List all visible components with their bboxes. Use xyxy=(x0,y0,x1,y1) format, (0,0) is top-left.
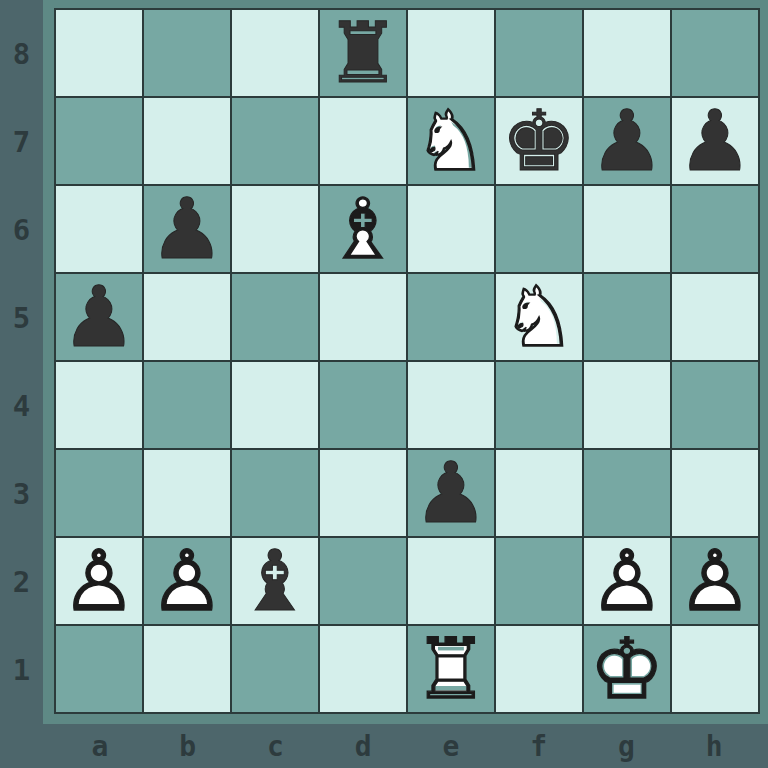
square-c5[interactable] xyxy=(232,274,318,360)
piece-fill: ♟ xyxy=(144,186,230,272)
square-e4[interactable] xyxy=(408,362,494,448)
file-labels: abcdefgh xyxy=(56,724,758,768)
square-c7[interactable] xyxy=(232,98,318,184)
piece-white-pawn-a2[interactable]: ♟♙ xyxy=(56,538,142,624)
square-d6[interactable]: ♝♗ xyxy=(320,186,406,272)
square-h5[interactable] xyxy=(672,274,758,360)
square-f5[interactable]: ♞♘ xyxy=(496,274,582,360)
rank-labels: 87654321 xyxy=(0,10,43,714)
square-c8[interactable] xyxy=(232,10,318,96)
square-b8[interactable] xyxy=(144,10,230,96)
piece-outline: ♘ xyxy=(496,274,582,360)
square-h7[interactable]: ♟ xyxy=(672,98,758,184)
square-e2[interactable] xyxy=(408,538,494,624)
chess-board: ♜♞♘♚♟♟♟♝♗♟♞♘♟♟♙♟♙♝♟♙♟♙♜♖♚♔ xyxy=(54,8,760,714)
square-h3[interactable] xyxy=(672,450,758,536)
square-h2[interactable]: ♟♙ xyxy=(672,538,758,624)
square-c2[interactable]: ♝ xyxy=(232,538,318,624)
square-d7[interactable] xyxy=(320,98,406,184)
square-g8[interactable] xyxy=(584,10,670,96)
square-g6[interactable] xyxy=(584,186,670,272)
square-a5[interactable]: ♟ xyxy=(56,274,142,360)
piece-white-bishop-d6[interactable]: ♝♗ xyxy=(320,186,406,272)
square-c4[interactable] xyxy=(232,362,318,448)
square-g5[interactable] xyxy=(584,274,670,360)
piece-black-pawn-b6[interactable]: ♟ xyxy=(144,186,230,272)
piece-outline: ♗ xyxy=(320,186,406,272)
square-f8[interactable] xyxy=(496,10,582,96)
square-a8[interactable] xyxy=(56,10,142,96)
piece-white-king-g1[interactable]: ♚♔ xyxy=(584,626,670,712)
piece-white-knight-e7[interactable]: ♞♘ xyxy=(408,98,494,184)
rank-label-3: 3 xyxy=(0,450,43,538)
square-e7[interactable]: ♞♘ xyxy=(408,98,494,184)
piece-black-pawn-e3[interactable]: ♟ xyxy=(408,450,494,536)
square-d5[interactable] xyxy=(320,274,406,360)
rank-label-1: 1 xyxy=(0,626,43,714)
square-f6[interactable] xyxy=(496,186,582,272)
piece-black-bishop-c2[interactable]: ♝ xyxy=(232,538,318,624)
piece-fill: ♚ xyxy=(496,98,582,184)
square-g2[interactable]: ♟♙ xyxy=(584,538,670,624)
rank-label-7: 7 xyxy=(0,98,43,186)
square-b1[interactable] xyxy=(144,626,230,712)
file-label-f: f xyxy=(495,724,583,768)
square-c3[interactable] xyxy=(232,450,318,536)
square-b2[interactable]: ♟♙ xyxy=(144,538,230,624)
piece-outline: ♔ xyxy=(584,626,670,712)
piece-white-rook-e1[interactable]: ♜♖ xyxy=(408,626,494,712)
file-label-h: h xyxy=(670,724,758,768)
square-a7[interactable] xyxy=(56,98,142,184)
file-label-b: b xyxy=(144,724,232,768)
square-a2[interactable]: ♟♙ xyxy=(56,538,142,624)
piece-black-rook-d8[interactable]: ♜ xyxy=(320,10,406,96)
square-d4[interactable] xyxy=(320,362,406,448)
file-label-a: a xyxy=(56,724,144,768)
square-a3[interactable] xyxy=(56,450,142,536)
square-f4[interactable] xyxy=(496,362,582,448)
square-d8[interactable]: ♜ xyxy=(320,10,406,96)
piece-fill: ♟ xyxy=(408,450,494,536)
square-c6[interactable] xyxy=(232,186,318,272)
file-label-d: d xyxy=(319,724,407,768)
rank-label-5: 5 xyxy=(0,274,43,362)
square-d2[interactable] xyxy=(320,538,406,624)
square-a1[interactable] xyxy=(56,626,142,712)
square-h4[interactable] xyxy=(672,362,758,448)
square-e8[interactable] xyxy=(408,10,494,96)
piece-white-knight-f5[interactable]: ♞♘ xyxy=(496,274,582,360)
piece-outline: ♘ xyxy=(408,98,494,184)
piece-outline: ♙ xyxy=(672,538,758,624)
square-e1[interactable]: ♜♖ xyxy=(408,626,494,712)
piece-white-pawn-b2[interactable]: ♟♙ xyxy=(144,538,230,624)
square-f2[interactable] xyxy=(496,538,582,624)
square-f3[interactable] xyxy=(496,450,582,536)
piece-fill: ♝ xyxy=(232,538,318,624)
rank-label-8: 8 xyxy=(0,10,43,98)
rank-label-4: 4 xyxy=(0,362,43,450)
square-g3[interactable] xyxy=(584,450,670,536)
piece-white-pawn-g2[interactable]: ♟♙ xyxy=(584,538,670,624)
square-e6[interactable] xyxy=(408,186,494,272)
square-g7[interactable]: ♟ xyxy=(584,98,670,184)
square-g4[interactable] xyxy=(584,362,670,448)
file-label-g: g xyxy=(583,724,671,768)
piece-white-pawn-h2[interactable]: ♟♙ xyxy=(672,538,758,624)
file-label-c: c xyxy=(232,724,320,768)
square-b7[interactable] xyxy=(144,98,230,184)
piece-fill: ♟ xyxy=(584,98,670,184)
piece-black-pawn-g7[interactable]: ♟ xyxy=(584,98,670,184)
rank-label-6: 6 xyxy=(0,186,43,274)
square-d1[interactable] xyxy=(320,626,406,712)
square-b6[interactable]: ♟ xyxy=(144,186,230,272)
square-e5[interactable] xyxy=(408,274,494,360)
square-a6[interactable] xyxy=(56,186,142,272)
piece-black-pawn-h7[interactable]: ♟ xyxy=(672,98,758,184)
square-h6[interactable] xyxy=(672,186,758,272)
square-g1[interactable]: ♚♔ xyxy=(584,626,670,712)
piece-outline: ♖ xyxy=(408,626,494,712)
square-b5[interactable] xyxy=(144,274,230,360)
square-e3[interactable]: ♟ xyxy=(408,450,494,536)
square-f1[interactable] xyxy=(496,626,582,712)
piece-outline: ♙ xyxy=(56,538,142,624)
square-b4[interactable] xyxy=(144,362,230,448)
piece-outline: ♙ xyxy=(144,538,230,624)
square-d3[interactable] xyxy=(320,450,406,536)
square-h8[interactable] xyxy=(672,10,758,96)
piece-fill: ♟ xyxy=(672,98,758,184)
piece-black-pawn-a5[interactable]: ♟ xyxy=(56,274,142,360)
piece-outline: ♙ xyxy=(584,538,670,624)
file-label-e: e xyxy=(407,724,495,768)
piece-black-king-f7[interactable]: ♚ xyxy=(496,98,582,184)
piece-fill: ♜ xyxy=(320,10,406,96)
square-a4[interactable] xyxy=(56,362,142,448)
square-h1[interactable] xyxy=(672,626,758,712)
square-c1[interactable] xyxy=(232,626,318,712)
piece-fill: ♟ xyxy=(56,274,142,360)
rank-label-2: 2 xyxy=(0,538,43,626)
square-f7[interactable]: ♚ xyxy=(496,98,582,184)
square-b3[interactable] xyxy=(144,450,230,536)
